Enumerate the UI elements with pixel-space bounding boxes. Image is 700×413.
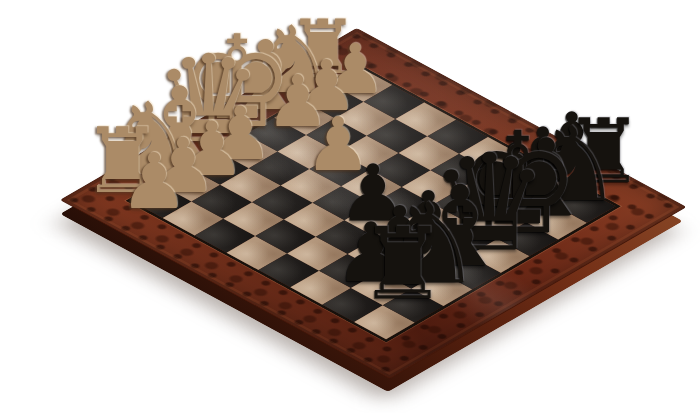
chess-board bbox=[60, 28, 686, 379]
chess-set-photo: ♜♞♟♝♟♚♟♛♝♟♟♟♞♟♟♜♜♟♟♞♟♟♝♟♚♟♛♟♝♟♞♜ bbox=[0, 0, 700, 413]
